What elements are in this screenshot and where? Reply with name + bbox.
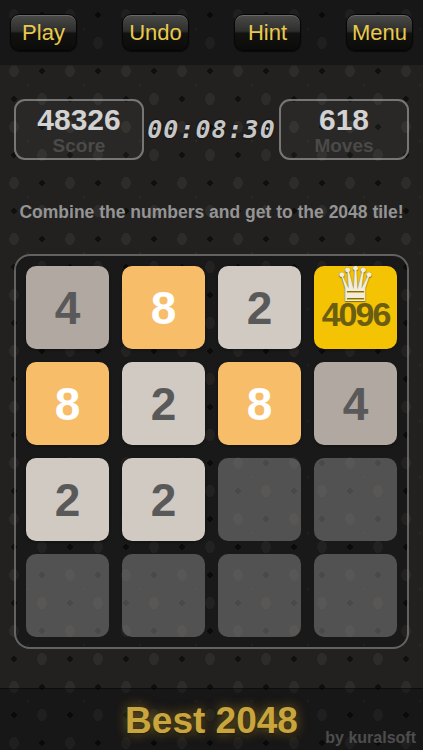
tile-number: 2 <box>151 381 177 427</box>
moves-box: 618 Moves <box>279 99 409 160</box>
tile-2: 2 <box>218 266 301 349</box>
hint-button[interactable]: Hint <box>234 14 301 51</box>
tile-number: 8 <box>151 285 177 331</box>
tile-number: 2 <box>151 477 177 523</box>
undo-button[interactable]: Undo <box>122 14 189 51</box>
credit-text: by kuralsoft <box>325 729 416 747</box>
tile-2: 2 <box>122 458 205 541</box>
instruction-text: Combine the numbers and get to the 2048 … <box>0 202 423 223</box>
empty-cell <box>314 458 397 541</box>
moves-label: Moves <box>314 136 373 155</box>
tile-4: 4 <box>26 266 109 349</box>
empty-cell <box>122 554 205 637</box>
timer-display: 00:08:30 <box>147 115 275 144</box>
game-board[interactable]: 4824096♛828422 <box>14 254 409 649</box>
tile-number: 4 <box>343 381 369 427</box>
tile-number: 4 <box>55 285 81 331</box>
empty-cell <box>26 554 109 637</box>
empty-cell <box>218 458 301 541</box>
tile-number: 2 <box>247 285 273 331</box>
score-value: 48326 <box>37 104 120 136</box>
empty-cell <box>314 554 397 637</box>
tile-4: 4 <box>314 362 397 445</box>
tile-8: 8 <box>26 362 109 445</box>
tile-number: 8 <box>247 381 273 427</box>
app-screen: Play Undo Hint Menu 48326 Score 00:08:30… <box>0 0 423 750</box>
play-button[interactable]: Play <box>10 14 77 51</box>
empty-cell <box>218 554 301 637</box>
tile-2: 2 <box>122 362 205 445</box>
toolbar: Play Undo Hint Menu <box>10 14 413 51</box>
menu-button[interactable]: Menu <box>346 14 413 51</box>
tile-number: 8 <box>55 381 81 427</box>
tile-4096: 4096♛ <box>314 266 397 349</box>
score-label: Score <box>53 136 106 155</box>
tile-2: 2 <box>26 458 109 541</box>
moves-value: 618 <box>319 104 369 136</box>
stats-panel: 48326 Score 00:08:30 618 Moves <box>14 99 409 160</box>
tile-8: 8 <box>218 362 301 445</box>
tile-8: 8 <box>122 266 205 349</box>
tile-number: 4096 <box>322 297 390 331</box>
tile-number: 2 <box>55 477 81 523</box>
score-box: 48326 Score <box>14 99 144 160</box>
